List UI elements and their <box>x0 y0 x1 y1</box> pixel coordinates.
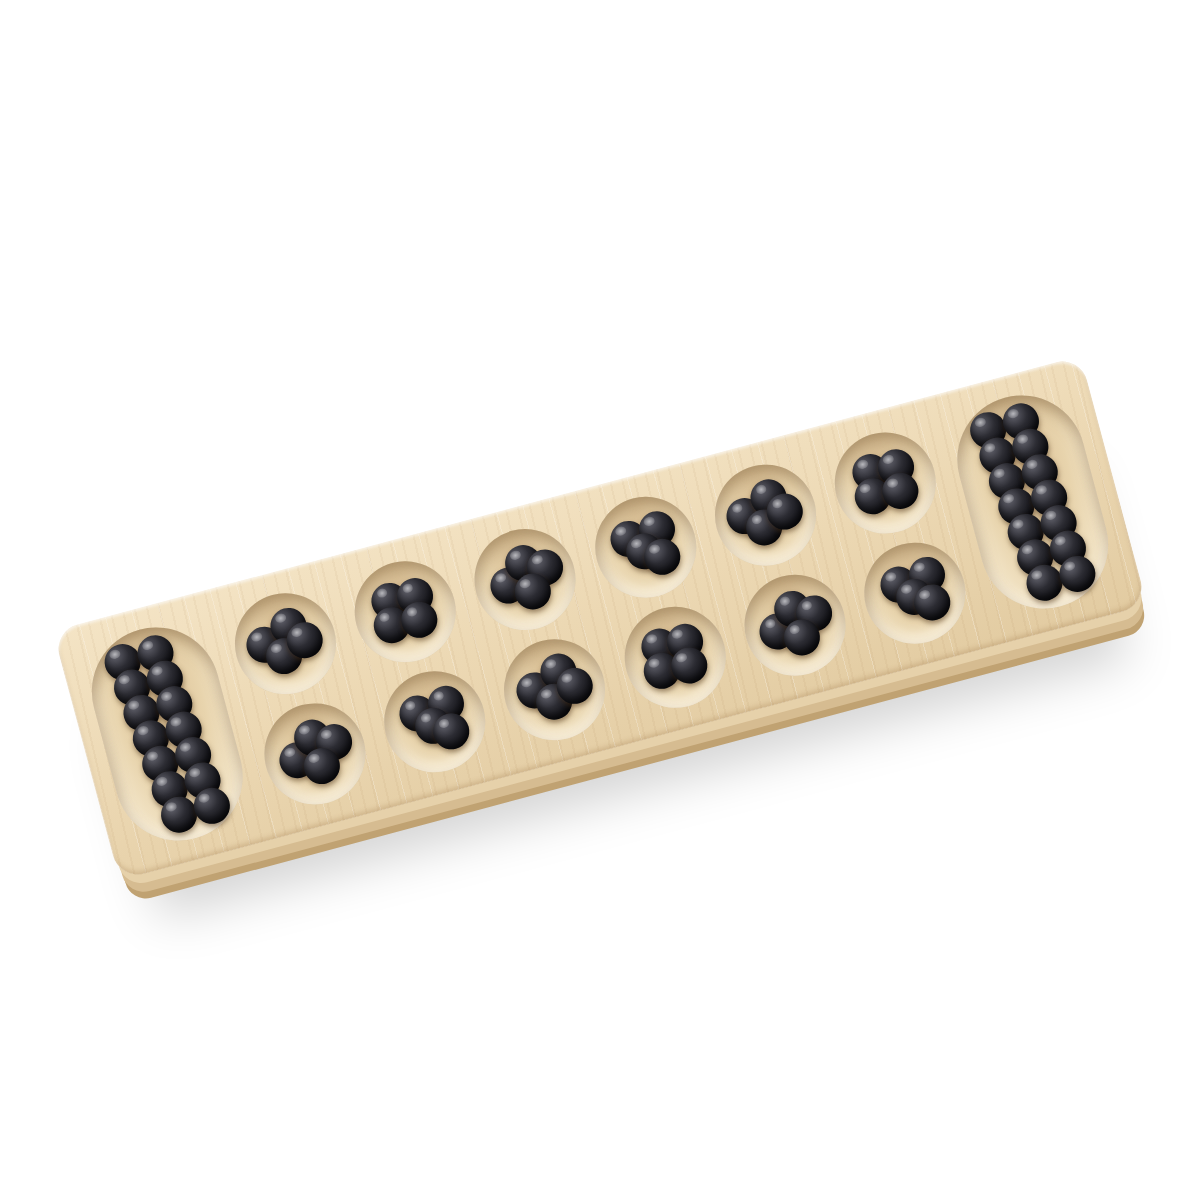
pit-bottom-4[interactable] <box>613 595 737 719</box>
pit-top-3[interactable] <box>463 517 587 641</box>
pit-top-5[interactable] <box>704 453 828 577</box>
pit-bottom-5[interactable] <box>733 563 857 687</box>
pit-top-1[interactable] <box>223 582 347 706</box>
product-photo-scene <box>0 0 1200 1200</box>
pit-top-4[interactable] <box>583 485 707 609</box>
pit-bottom-1[interactable] <box>253 692 377 816</box>
pit-top-2[interactable] <box>343 549 467 673</box>
board-perspective-wrap <box>53 356 1148 881</box>
pits-grid <box>219 419 982 817</box>
pit-bottom-2[interactable] <box>373 659 497 783</box>
pit-bottom-6[interactable] <box>853 531 977 655</box>
pit-top-6[interactable] <box>824 421 948 545</box>
mancala-board <box>53 356 1148 881</box>
pit-bottom-3[interactable] <box>493 627 617 751</box>
